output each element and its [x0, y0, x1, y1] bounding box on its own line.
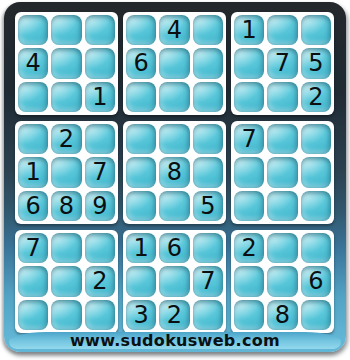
- cell-r1c1[interactable]: [18, 15, 48, 45]
- cell-r2c3[interactable]: [85, 48, 115, 78]
- given-digit: 6: [308, 269, 323, 293]
- given-digit: 3: [134, 303, 149, 327]
- cell-r3c8[interactable]: [267, 82, 297, 112]
- cell-r8c4[interactable]: [126, 266, 156, 296]
- box-r2c3: 7: [231, 121, 334, 224]
- cell-r8c2[interactable]: [51, 266, 81, 296]
- cell-r1c8[interactable]: [267, 15, 297, 45]
- cell-r9c8[interactable]: 8: [267, 300, 297, 330]
- cell-r1c7[interactable]: 1: [234, 15, 264, 45]
- cell-r5c3[interactable]: 7: [85, 157, 115, 187]
- cell-r8c9[interactable]: 6: [301, 266, 331, 296]
- cell-r2c5[interactable]: [159, 48, 189, 78]
- cell-r6c2[interactable]: 8: [51, 191, 81, 221]
- cell-r5c4[interactable]: [126, 157, 156, 187]
- cell-r1c2[interactable]: [51, 15, 81, 45]
- cell-r3c3[interactable]: 1: [85, 82, 115, 112]
- box-r2c1: 217689: [15, 121, 118, 224]
- box-r1c2: 46: [123, 12, 226, 115]
- box-r3c2: 16732: [123, 230, 226, 333]
- cell-r6c3[interactable]: 9: [85, 191, 115, 221]
- sudoku-board: 414617522176898577216732268: [15, 12, 334, 333]
- cell-r6c9[interactable]: [301, 191, 331, 221]
- cell-r5c2[interactable]: [51, 157, 81, 187]
- cell-r1c6[interactable]: [193, 15, 223, 45]
- cell-r3c9[interactable]: 2: [301, 82, 331, 112]
- cell-r9c1[interactable]: [18, 300, 48, 330]
- cell-r2c9[interactable]: 5: [301, 48, 331, 78]
- given-digit: 9: [92, 194, 107, 218]
- cell-r4c4[interactable]: [126, 124, 156, 154]
- cell-r5c6[interactable]: [193, 157, 223, 187]
- given-digit: 2: [167, 303, 182, 327]
- cell-r8c7[interactable]: [234, 266, 264, 296]
- cell-r4c9[interactable]: [301, 124, 331, 154]
- cell-r1c4[interactable]: [126, 15, 156, 45]
- cell-r7c6[interactable]: [193, 233, 223, 263]
- given-digit: 7: [26, 236, 41, 260]
- given-digit: 2: [59, 127, 74, 151]
- cell-r3c1[interactable]: [18, 82, 48, 112]
- given-digit: 1: [134, 236, 149, 260]
- cell-r2c6[interactable]: [193, 48, 223, 78]
- cell-r7c4[interactable]: 1: [126, 233, 156, 263]
- cell-r3c2[interactable]: [51, 82, 81, 112]
- given-digit: 8: [275, 303, 290, 327]
- given-digit: 1: [26, 160, 41, 184]
- cell-r3c5[interactable]: [159, 82, 189, 112]
- cell-r2c4[interactable]: 6: [126, 48, 156, 78]
- given-digit: 7: [275, 51, 290, 75]
- cell-r4c8[interactable]: [267, 124, 297, 154]
- cell-r6c8[interactable]: [267, 191, 297, 221]
- cell-r4c5[interactable]: [159, 124, 189, 154]
- cell-r8c6[interactable]: 7: [193, 266, 223, 296]
- cell-r5c1[interactable]: 1: [18, 157, 48, 187]
- given-digit: 4: [167, 18, 182, 42]
- cell-r5c7[interactable]: [234, 157, 264, 187]
- given-digit: 4: [26, 51, 41, 75]
- cell-r9c9[interactable]: [301, 300, 331, 330]
- cell-r5c5[interactable]: 8: [159, 157, 189, 187]
- cell-r9c3[interactable]: [85, 300, 115, 330]
- cell-r9c5[interactable]: 2: [159, 300, 189, 330]
- cell-r8c1[interactable]: [18, 266, 48, 296]
- given-digit: 6: [134, 51, 149, 75]
- box-r3c3: 268: [231, 230, 334, 333]
- cell-r9c4[interactable]: 3: [126, 300, 156, 330]
- given-digit: 2: [308, 85, 323, 109]
- cell-r7c8[interactable]: [267, 233, 297, 263]
- cell-r2c8[interactable]: 7: [267, 48, 297, 78]
- cell-r8c5[interactable]: [159, 266, 189, 296]
- given-digit: 2: [92, 269, 107, 293]
- given-digit: 8: [167, 160, 182, 184]
- cell-r3c7[interactable]: [234, 82, 264, 112]
- given-digit: 8: [59, 194, 74, 218]
- cell-r3c4[interactable]: [126, 82, 156, 112]
- box-r1c3: 1752: [231, 12, 334, 115]
- cell-r4c2[interactable]: 2: [51, 124, 81, 154]
- cell-r9c6[interactable]: [193, 300, 223, 330]
- cell-r7c3[interactable]: [85, 233, 115, 263]
- cell-r5c9[interactable]: [301, 157, 331, 187]
- box-r2c2: 85: [123, 121, 226, 224]
- given-digit: 6: [26, 194, 41, 218]
- cell-r6c1[interactable]: 6: [18, 191, 48, 221]
- given-digit: 7: [200, 269, 215, 293]
- cell-r4c1[interactable]: [18, 124, 48, 154]
- footer-bar: www.sudokusweb.com: [9, 332, 341, 349]
- cell-r4c6[interactable]: [193, 124, 223, 154]
- given-digit: 1: [242, 18, 257, 42]
- given-digit: 2: [242, 236, 257, 260]
- cell-r2c7[interactable]: [234, 48, 264, 78]
- given-digit: 5: [200, 194, 215, 218]
- cell-r8c3[interactable]: 2: [85, 266, 115, 296]
- cell-r5c8[interactable]: [267, 157, 297, 187]
- given-digit: 5: [308, 51, 323, 75]
- cell-r9c2[interactable]: [51, 300, 81, 330]
- cell-r1c3[interactable]: [85, 15, 115, 45]
- given-digit: 1: [92, 85, 107, 109]
- cell-r1c5[interactable]: 4: [159, 15, 189, 45]
- cell-r4c7[interactable]: 7: [234, 124, 264, 154]
- box-r1c1: 41: [15, 12, 118, 115]
- cell-r2c2[interactable]: [51, 48, 81, 78]
- cell-r7c7[interactable]: 2: [234, 233, 264, 263]
- sudoku-board-frame: 414617522176898577216732268 www.sudokusw…: [4, 2, 346, 352]
- cell-r6c4[interactable]: [126, 191, 156, 221]
- given-digit: 7: [242, 127, 257, 151]
- cell-r3c6[interactable]: [193, 82, 223, 112]
- cell-r1c9[interactable]: [301, 15, 331, 45]
- cell-r6c6[interactable]: 5: [193, 191, 223, 221]
- cell-r9c7[interactable]: [234, 300, 264, 330]
- cell-r7c1[interactable]: 7: [18, 233, 48, 263]
- cell-r7c5[interactable]: 6: [159, 233, 189, 263]
- cell-r4c3[interactable]: [85, 124, 115, 154]
- cell-r7c9[interactable]: [301, 233, 331, 263]
- given-digit: 7: [92, 160, 107, 184]
- box-r3c1: 72: [15, 230, 118, 333]
- cell-r6c7[interactable]: [234, 191, 264, 221]
- given-digit: 6: [167, 236, 182, 260]
- cell-r6c5[interactable]: [159, 191, 189, 221]
- cell-r2c1[interactable]: 4: [18, 48, 48, 78]
- website-link[interactable]: www.sudokusweb.com: [70, 331, 280, 350]
- cell-r7c2[interactable]: [51, 233, 81, 263]
- cell-r8c8[interactable]: [267, 266, 297, 296]
